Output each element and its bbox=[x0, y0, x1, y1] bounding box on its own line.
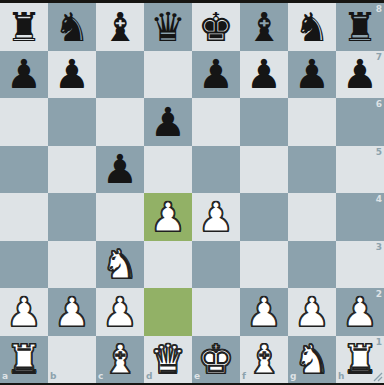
square-e5[interactable] bbox=[192, 146, 240, 194]
square-f5[interactable] bbox=[240, 146, 288, 194]
square-b3[interactable] bbox=[48, 241, 96, 289]
square-b6[interactable] bbox=[48, 98, 96, 146]
square-g7[interactable]: ♟ bbox=[288, 51, 336, 99]
piece-wK-e1[interactable]: ♚ bbox=[198, 339, 234, 379]
square-g8[interactable]: ♞ bbox=[288, 3, 336, 51]
square-c4[interactable] bbox=[96, 193, 144, 241]
piece-bP-f7[interactable]: ♟ bbox=[246, 54, 282, 94]
square-d5[interactable] bbox=[144, 146, 192, 194]
piece-wP-h2[interactable]: ♟ bbox=[342, 292, 378, 332]
square-h1[interactable]: ♜1h bbox=[336, 336, 384, 384]
square-a6[interactable] bbox=[0, 98, 48, 146]
square-d4[interactable]: ♟ bbox=[144, 193, 192, 241]
square-h7[interactable]: ♟7 bbox=[336, 51, 384, 99]
piece-wR-a1[interactable]: ♜ bbox=[6, 339, 42, 379]
piece-bK-e8[interactable]: ♚ bbox=[198, 7, 234, 47]
chess-board: ♜♞♝♛♚♝♞♜8♟♟♟♟♟♟7♟6♟5♟♟4♞3♟♟♟♟♟♟2♜ab♝c♛d♚… bbox=[0, 3, 384, 383]
piece-wP-f2[interactable]: ♟ bbox=[246, 292, 282, 332]
square-b5[interactable] bbox=[48, 146, 96, 194]
square-h6[interactable]: 6 bbox=[336, 98, 384, 146]
square-g6[interactable] bbox=[288, 98, 336, 146]
square-d2[interactable] bbox=[144, 288, 192, 336]
square-a8[interactable]: ♜ bbox=[0, 3, 48, 51]
square-b4[interactable] bbox=[48, 193, 96, 241]
square-d7[interactable] bbox=[144, 51, 192, 99]
piece-wB-f1[interactable]: ♝ bbox=[246, 339, 282, 379]
square-g1[interactable]: ♞g bbox=[288, 336, 336, 384]
piece-wP-b2[interactable]: ♟ bbox=[54, 292, 90, 332]
square-f3[interactable] bbox=[240, 241, 288, 289]
square-h5[interactable]: 5 bbox=[336, 146, 384, 194]
piece-bB-f8[interactable]: ♝ bbox=[246, 7, 282, 47]
square-g3[interactable] bbox=[288, 241, 336, 289]
square-b1[interactable]: b bbox=[48, 336, 96, 384]
square-e4[interactable]: ♟ bbox=[192, 193, 240, 241]
square-a5[interactable] bbox=[0, 146, 48, 194]
square-d6[interactable]: ♟ bbox=[144, 98, 192, 146]
piece-bP-e7[interactable]: ♟ bbox=[198, 54, 234, 94]
square-a4[interactable] bbox=[0, 193, 48, 241]
square-a7[interactable]: ♟ bbox=[0, 51, 48, 99]
piece-wQ-d1[interactable]: ♛ bbox=[150, 339, 186, 379]
square-e7[interactable]: ♟ bbox=[192, 51, 240, 99]
square-e1[interactable]: ♚e bbox=[192, 336, 240, 384]
square-e6[interactable] bbox=[192, 98, 240, 146]
square-e8[interactable]: ♚ bbox=[192, 3, 240, 51]
square-a2[interactable]: ♟ bbox=[0, 288, 48, 336]
square-h3[interactable]: 3 bbox=[336, 241, 384, 289]
piece-bP-b7[interactable]: ♟ bbox=[54, 54, 90, 94]
piece-bP-g7[interactable]: ♟ bbox=[294, 54, 330, 94]
square-a1[interactable]: ♜a bbox=[0, 336, 48, 384]
piece-wB-c1[interactable]: ♝ bbox=[102, 339, 138, 379]
square-g4[interactable] bbox=[288, 193, 336, 241]
piece-bR-a8[interactable]: ♜ bbox=[6, 7, 42, 47]
resize-handle-icon[interactable] bbox=[373, 372, 383, 382]
piece-bP-c5[interactable]: ♟ bbox=[102, 149, 138, 189]
piece-wP-g2[interactable]: ♟ bbox=[294, 292, 330, 332]
square-g2[interactable]: ♟ bbox=[288, 288, 336, 336]
piece-wP-c2[interactable]: ♟ bbox=[102, 292, 138, 332]
file-label-b: b bbox=[50, 372, 56, 381]
square-h2[interactable]: ♟2 bbox=[336, 288, 384, 336]
square-f7[interactable]: ♟ bbox=[240, 51, 288, 99]
piece-wN-c3[interactable]: ♞ bbox=[102, 244, 138, 284]
square-b2[interactable]: ♟ bbox=[48, 288, 96, 336]
rank-label-3: 3 bbox=[376, 243, 382, 252]
square-c1[interactable]: ♝c bbox=[96, 336, 144, 384]
piece-bN-b8[interactable]: ♞ bbox=[54, 7, 90, 47]
square-f6[interactable] bbox=[240, 98, 288, 146]
square-d8[interactable]: ♛ bbox=[144, 3, 192, 51]
square-d1[interactable]: ♛d bbox=[144, 336, 192, 384]
square-c8[interactable]: ♝ bbox=[96, 3, 144, 51]
square-c3[interactable]: ♞ bbox=[96, 241, 144, 289]
square-h4[interactable]: 4 bbox=[336, 193, 384, 241]
rank-label-5: 5 bbox=[376, 148, 382, 157]
square-b7[interactable]: ♟ bbox=[48, 51, 96, 99]
square-f1[interactable]: ♝f bbox=[240, 336, 288, 384]
square-c2[interactable]: ♟ bbox=[96, 288, 144, 336]
square-c6[interactable] bbox=[96, 98, 144, 146]
piece-wP-e4[interactable]: ♟ bbox=[198, 197, 234, 237]
square-c7[interactable] bbox=[96, 51, 144, 99]
piece-bB-c8[interactable]: ♝ bbox=[102, 7, 138, 47]
piece-bR-h8[interactable]: ♜ bbox=[342, 7, 378, 47]
piece-bQ-d8[interactable]: ♛ bbox=[150, 7, 186, 47]
piece-bN-g8[interactable]: ♞ bbox=[294, 7, 330, 47]
square-f2[interactable]: ♟ bbox=[240, 288, 288, 336]
square-h8[interactable]: ♜8 bbox=[336, 3, 384, 51]
rank-label-4: 4 bbox=[376, 195, 382, 204]
square-g5[interactable] bbox=[288, 146, 336, 194]
piece-bP-h7[interactable]: ♟ bbox=[342, 54, 378, 94]
piece-bP-d6[interactable]: ♟ bbox=[150, 102, 186, 142]
square-c5[interactable]: ♟ bbox=[96, 146, 144, 194]
rank-label-6: 6 bbox=[376, 100, 382, 109]
square-b8[interactable]: ♞ bbox=[48, 3, 96, 51]
piece-wN-g1[interactable]: ♞ bbox=[294, 339, 330, 379]
square-d3[interactable] bbox=[144, 241, 192, 289]
square-f4[interactable] bbox=[240, 193, 288, 241]
square-e3[interactable] bbox=[192, 241, 240, 289]
square-a3[interactable] bbox=[0, 241, 48, 289]
piece-wP-d4[interactable]: ♟ bbox=[150, 197, 186, 237]
square-e2[interactable] bbox=[192, 288, 240, 336]
piece-wP-a2[interactable]: ♟ bbox=[6, 292, 42, 332]
square-f8[interactable]: ♝ bbox=[240, 3, 288, 51]
piece-bP-a7[interactable]: ♟ bbox=[6, 54, 42, 94]
